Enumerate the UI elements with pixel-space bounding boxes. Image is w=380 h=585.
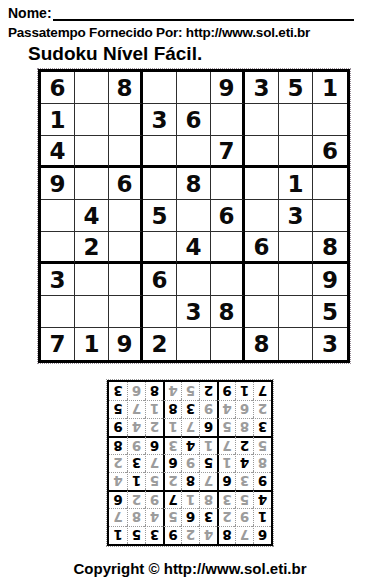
solution-cell: 3	[127, 454, 145, 472]
puzzle-cell: 1	[313, 72, 347, 104]
puzzle-cell	[211, 232, 245, 264]
solution-cell: 8	[235, 418, 253, 436]
puzzle-cell: 3	[177, 296, 211, 328]
puzzle-cell: 4	[41, 136, 75, 168]
solution-cell: 6	[145, 436, 163, 454]
solution-cell: 3	[253, 418, 271, 436]
solution-cell: 2	[217, 508, 235, 526]
solution-cell: 1	[127, 472, 145, 490]
solution-cell: 8	[145, 382, 163, 400]
solution-cell: 7	[145, 454, 163, 472]
solution-cell: 7	[181, 418, 199, 436]
solution-cell: 2	[181, 526, 199, 544]
puzzle-cell: 5	[279, 72, 313, 104]
solution-cell: 7	[163, 490, 181, 508]
solution-panel: 6784293511923654874538179269367825148415…	[0, 380, 380, 546]
provider-line: Passatempo Fornecido Por: http://www.sol…	[0, 21, 380, 40]
solution-cell: 3	[181, 400, 199, 418]
puzzle-cell: 8	[109, 72, 143, 104]
solution-cell: 9	[127, 436, 145, 454]
solution-cell: 6	[199, 418, 217, 436]
puzzle-cell: 4	[75, 200, 109, 232]
solution-cell: 7	[253, 382, 271, 400]
solution-cell: 8	[127, 508, 145, 526]
puzzle-cell	[245, 136, 279, 168]
puzzle-cell: 8	[245, 328, 279, 360]
solution-cell: 3	[163, 436, 181, 454]
puzzle-cell	[245, 264, 279, 296]
solution-cell: 1	[217, 454, 235, 472]
solution-cell: 3	[109, 382, 127, 400]
solution-cell: 8	[199, 490, 217, 508]
solution-cell: 9	[199, 400, 217, 418]
puzzle-cell	[313, 104, 347, 136]
solution-cell: 1	[163, 418, 181, 436]
puzzle-cell	[245, 168, 279, 200]
solution-cell: 5	[145, 472, 163, 490]
solution-cell: 2	[235, 436, 253, 454]
puzzle-cell	[211, 168, 245, 200]
puzzle-cell: 6	[177, 104, 211, 136]
puzzle-cell	[245, 200, 279, 232]
solution-cell: 9	[253, 472, 271, 490]
puzzle-cell	[41, 232, 75, 264]
puzzle-cell	[177, 136, 211, 168]
solution-cell: 4	[127, 418, 145, 436]
puzzle-cell	[279, 136, 313, 168]
puzzle-cell: 2	[143, 328, 177, 360]
sudoku-worksheet: Nome: Passatempo Fornecido Por: http://w…	[0, 0, 380, 585]
puzzle-cell	[279, 264, 313, 296]
puzzle-cell: 3	[41, 264, 75, 296]
solution-cell: 2	[109, 454, 127, 472]
solution-cell: 4	[217, 400, 235, 418]
puzzle-cell: 9	[109, 328, 143, 360]
sudoku-solution-grid-rotated: 6784293511923654874538179269367825148415…	[107, 380, 273, 546]
solution-cell: 6	[253, 526, 271, 544]
puzzle-cell: 9	[41, 168, 75, 200]
solution-cell: 1	[199, 436, 217, 454]
name-label: Nome:	[8, 6, 52, 21]
puzzle-cell: 7	[41, 328, 75, 360]
solution-cell: 2	[163, 472, 181, 490]
puzzle-cell: 6	[41, 72, 75, 104]
puzzle-cell: 8	[211, 296, 245, 328]
puzzle-cell: 3	[279, 200, 313, 232]
puzzle-cell	[211, 264, 245, 296]
solution-cell: 7	[235, 526, 253, 544]
puzzle-cell: 6	[211, 200, 245, 232]
puzzle-cell	[313, 168, 347, 200]
solution-cell: 3	[145, 526, 163, 544]
solution-cell: 9	[217, 382, 235, 400]
solution-cell: 6	[163, 454, 181, 472]
solution-cell: 5	[253, 436, 271, 454]
puzzle-cell: 3	[313, 328, 347, 360]
puzzle-cell: 8	[313, 232, 347, 264]
puzzle-cell	[279, 104, 313, 136]
solution-cell: 2	[145, 418, 163, 436]
puzzle-cell: 1	[75, 328, 109, 360]
puzzle-cell	[75, 296, 109, 328]
solution-cell: 8	[163, 400, 181, 418]
puzzle-cell	[143, 232, 177, 264]
puzzle-cell	[313, 200, 347, 232]
solution-cell: 5	[199, 454, 217, 472]
puzzle-cell	[109, 232, 143, 264]
puzzle-cell: 6	[143, 264, 177, 296]
solution-cell: 1	[145, 400, 163, 418]
solution-cell: 6	[109, 490, 127, 508]
puzzle-cell: 7	[211, 136, 245, 168]
solution-cell: 9	[109, 418, 127, 436]
puzzle-cell: 4	[177, 232, 211, 264]
solution-cell: 4	[235, 454, 253, 472]
puzzle-cell: 2	[75, 232, 109, 264]
puzzle-cell: 5	[143, 200, 177, 232]
puzzle-cell	[75, 168, 109, 200]
solution-cell: 7	[199, 472, 217, 490]
solution-cell: 5	[127, 526, 145, 544]
solution-cell: 1	[181, 490, 199, 508]
puzzle-cell	[41, 296, 75, 328]
puzzle-cell	[143, 296, 177, 328]
solution-cell: 8	[217, 526, 235, 544]
puzzle-cell	[143, 72, 177, 104]
solution-cell: 7	[109, 508, 127, 526]
name-field-row: Nome:	[0, 0, 380, 21]
solution-cell: 9	[181, 454, 199, 472]
puzzle-cell: 6	[313, 136, 347, 168]
puzzle-cell	[211, 104, 245, 136]
puzzle-cell: 5	[313, 296, 347, 328]
name-fill-line	[53, 6, 354, 21]
solution-cell: 6	[127, 382, 145, 400]
puzzle-cell	[75, 136, 109, 168]
puzzle-cell	[177, 328, 211, 360]
puzzle-cell	[109, 104, 143, 136]
puzzle-cell	[109, 136, 143, 168]
puzzle-cell: 6	[109, 168, 143, 200]
solution-cell: 4	[145, 508, 163, 526]
solution-cell: 5	[235, 490, 253, 508]
puzzle-cell: 9	[211, 72, 245, 104]
solution-cell: 8	[109, 436, 127, 454]
solution-cell: 8	[181, 472, 199, 490]
solution-cell: 6	[235, 400, 253, 418]
solution-cell: 5	[109, 400, 127, 418]
solution-cell: 6	[217, 472, 235, 490]
solution-cell: 5	[217, 418, 235, 436]
page-title: Sudoku Nível Fácil.	[0, 40, 380, 67]
puzzle-cell	[109, 296, 143, 328]
puzzle-cell	[109, 200, 143, 232]
puzzle-cell: 1	[41, 104, 75, 136]
puzzle-cell	[245, 104, 279, 136]
puzzle-cell	[245, 296, 279, 328]
solution-cell: 7	[127, 400, 145, 418]
puzzle-cell	[211, 328, 245, 360]
puzzle-cell	[177, 72, 211, 104]
puzzle-cell: 3	[245, 72, 279, 104]
solution-cell: 9	[163, 526, 181, 544]
solution-cell: 8	[253, 454, 271, 472]
solution-cell: 3	[199, 508, 217, 526]
solution-cell: 5	[181, 382, 199, 400]
solution-cell: 4	[109, 472, 127, 490]
puzzle-cell	[41, 200, 75, 232]
puzzle-cell	[279, 296, 313, 328]
puzzle-cell	[279, 232, 313, 264]
sudoku-puzzle-grid: 689351136476968145632468369385719283	[38, 69, 350, 363]
puzzle-cell	[75, 72, 109, 104]
solution-cell: 4	[253, 490, 271, 508]
solution-cell: 3	[235, 472, 253, 490]
puzzle-cell: 8	[177, 168, 211, 200]
solution-cell: 2	[199, 382, 217, 400]
solution-cell: 1	[253, 508, 271, 526]
solution-cell: 5	[163, 508, 181, 526]
solution-cell: 9	[145, 490, 163, 508]
solution-cell: 4	[181, 436, 199, 454]
solution-cell: 4	[199, 526, 217, 544]
solution-cell: 7	[217, 436, 235, 454]
solution-cell: 2	[253, 400, 271, 418]
puzzle-cell	[143, 136, 177, 168]
puzzle-cell	[75, 104, 109, 136]
puzzle-cell: 9	[313, 264, 347, 296]
solution-cell: 4	[163, 382, 181, 400]
puzzle-cell: 3	[143, 104, 177, 136]
solution-cell: 9	[235, 508, 253, 526]
solution-cell: 3	[217, 490, 235, 508]
copyright-line: Copyright © http://www.sol.eti.br	[0, 560, 380, 577]
puzzle-cell	[177, 200, 211, 232]
puzzle-cell	[177, 264, 211, 296]
solution-cell: 1	[235, 382, 253, 400]
puzzle-cell	[109, 264, 143, 296]
puzzle-cell	[143, 168, 177, 200]
puzzle-cell	[279, 328, 313, 360]
solution-cell: 6	[181, 508, 199, 526]
puzzle-cell	[75, 264, 109, 296]
solution-cell: 2	[127, 490, 145, 508]
puzzle-cell: 1	[279, 168, 313, 200]
puzzle-cell: 6	[245, 232, 279, 264]
solution-cell: 1	[109, 526, 127, 544]
